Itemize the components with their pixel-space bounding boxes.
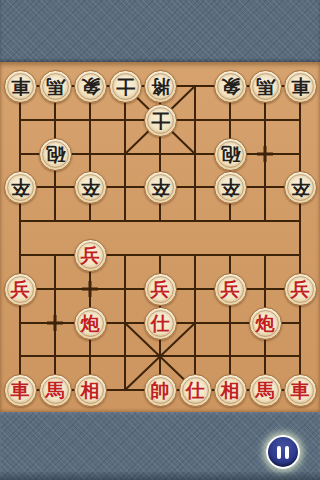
piece-glyph: 卒 (221, 178, 240, 197)
piece-glyph: 車 (291, 381, 310, 400)
piece-red-soldier[interactable]: 兵 (144, 273, 177, 306)
piece-glyph: 帥 (151, 381, 170, 400)
piece-glyph: 士 (151, 111, 170, 130)
bottom-bar (0, 412, 320, 480)
piece-red-advisor[interactable]: 仕 (144, 307, 177, 340)
piece-red-horse[interactable]: 馬 (249, 374, 282, 407)
piece-red-soldier[interactable]: 兵 (214, 273, 247, 306)
top-bar (0, 0, 320, 62)
piece-glyph: 兵 (81, 246, 100, 265)
piece-red-horse[interactable]: 馬 (39, 374, 72, 407)
piece-red-advisor[interactable]: 仕 (179, 374, 212, 407)
piece-glyph: 車 (291, 77, 310, 96)
piece-glyph: 相 (81, 381, 100, 400)
piece-glyph: 兵 (11, 280, 30, 299)
piece-glyph: 士 (116, 77, 135, 96)
piece-glyph: 相 (221, 381, 240, 400)
piece-black-advisor[interactable]: 士 (109, 70, 142, 103)
piece-red-soldier[interactable]: 兵 (74, 239, 107, 272)
piece-glyph: 象 (221, 77, 240, 96)
piece-glyph: 卒 (81, 178, 100, 197)
piece-black-advisor[interactable]: 士 (144, 104, 177, 137)
piece-glyph: 兵 (291, 280, 310, 299)
piece-glyph: 砲 (221, 145, 240, 164)
piece-glyph: 仕 (151, 314, 170, 333)
piece-black-soldier[interactable]: 卒 (4, 171, 37, 204)
piece-glyph: 馬 (256, 381, 275, 400)
piece-glyph: 車 (11, 381, 30, 400)
piece-black-elephant[interactable]: 象 (214, 70, 247, 103)
piece-black-soldier[interactable]: 卒 (74, 171, 107, 204)
piece-glyph: 兵 (151, 280, 170, 299)
piece-glyph: 馬 (46, 77, 65, 96)
piece-black-cannon[interactable]: 砲 (214, 138, 247, 171)
pause-icon (277, 446, 289, 459)
piece-red-soldier[interactable]: 兵 (284, 273, 317, 306)
piece-red-general[interactable]: 帥 (144, 374, 177, 407)
piece-glyph: 兵 (221, 280, 240, 299)
piece-black-soldier[interactable]: 卒 (144, 171, 177, 204)
game-screen: 車馬象士將象馬車士砲砲卒卒卒卒卒兵兵兵兵兵炮仕炮車馬相帥仕相馬車 (0, 0, 320, 480)
piece-black-horse[interactable]: 馬 (249, 70, 282, 103)
piece-glyph: 將 (151, 77, 170, 96)
piece-red-elephant[interactable]: 相 (214, 374, 247, 407)
xiangqi-board[interactable]: 車馬象士將象馬車士砲砲卒卒卒卒卒兵兵兵兵兵炮仕炮車馬相帥仕相馬車 (0, 62, 320, 412)
pause-button[interactable] (266, 435, 300, 469)
piece-glyph: 卒 (11, 178, 30, 197)
piece-red-soldier[interactable]: 兵 (4, 273, 37, 306)
piece-red-chariot[interactable]: 車 (284, 374, 317, 407)
piece-glyph: 馬 (256, 77, 275, 96)
piece-black-elephant[interactable]: 象 (74, 70, 107, 103)
piece-glyph: 象 (81, 77, 100, 96)
piece-red-cannon[interactable]: 炮 (74, 307, 107, 340)
piece-glyph: 炮 (81, 314, 100, 333)
piece-glyph: 仕 (186, 381, 205, 400)
piece-glyph: 卒 (151, 178, 170, 197)
piece-black-soldier[interactable]: 卒 (284, 171, 317, 204)
piece-red-elephant[interactable]: 相 (74, 374, 107, 407)
piece-glyph: 車 (11, 77, 30, 96)
piece-glyph: 炮 (256, 314, 275, 333)
piece-black-general[interactable]: 將 (144, 70, 177, 103)
piece-black-soldier[interactable]: 卒 (214, 171, 247, 204)
piece-black-chariot[interactable]: 車 (4, 70, 37, 103)
piece-glyph: 馬 (46, 381, 65, 400)
piece-red-cannon[interactable]: 炮 (249, 307, 282, 340)
piece-glyph: 卒 (291, 178, 310, 197)
piece-glyph: 砲 (46, 145, 65, 164)
piece-black-horse[interactable]: 馬 (39, 70, 72, 103)
piece-black-cannon[interactable]: 砲 (39, 138, 72, 171)
piece-black-chariot[interactable]: 車 (284, 70, 317, 103)
piece-red-chariot[interactable]: 車 (4, 374, 37, 407)
